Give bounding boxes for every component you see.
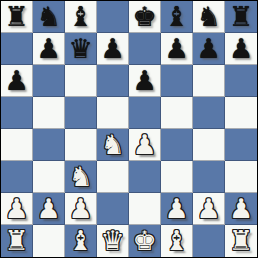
square-h4[interactable] [225, 129, 257, 161]
square-b4[interactable] [33, 129, 65, 161]
square-d7[interactable]: ♟ [97, 33, 129, 65]
black-queen: ♛ [68, 33, 92, 65]
square-e8[interactable]: ♚ [129, 1, 161, 33]
square-c4[interactable] [65, 129, 97, 161]
square-h5[interactable] [225, 97, 257, 129]
square-a6[interactable]: ♟ [1, 65, 33, 97]
square-b2[interactable]: ♟ [33, 193, 65, 225]
square-d1[interactable]: ♛ [97, 225, 129, 257]
square-c7[interactable]: ♛ [65, 33, 97, 65]
square-f1[interactable]: ♝ [161, 225, 193, 257]
chess-board: ♜♞♝♚♝♞♜♟♛♟♟♟♟♟♟♞♟♞♟♟♟♟♟♟♜♝♛♚♝♜ [1, 1, 257, 257]
square-d6[interactable] [97, 65, 129, 97]
square-f8[interactable]: ♝ [161, 1, 193, 33]
square-f3[interactable] [161, 161, 193, 193]
square-g1[interactable] [193, 225, 225, 257]
square-a2[interactable]: ♟ [1, 193, 33, 225]
white-pawn: ♟ [4, 193, 28, 225]
square-a5[interactable] [1, 97, 33, 129]
white-pawn: ♟ [36, 193, 60, 225]
square-d2[interactable] [97, 193, 129, 225]
white-rook: ♜ [229, 225, 253, 257]
white-pawn: ♟ [196, 193, 220, 225]
white-bishop: ♝ [68, 225, 92, 257]
square-d4[interactable]: ♞ [97, 129, 129, 161]
black-knight: ♞ [196, 1, 220, 33]
square-a1[interactable]: ♜ [1, 225, 33, 257]
white-pawn: ♟ [229, 193, 253, 225]
black-rook: ♜ [229, 1, 253, 33]
square-a4[interactable] [1, 129, 33, 161]
white-bishop: ♝ [164, 225, 188, 257]
white-rook: ♜ [4, 225, 28, 257]
square-g3[interactable] [193, 161, 225, 193]
white-knight: ♞ [100, 129, 124, 161]
square-e1[interactable]: ♚ [129, 225, 161, 257]
black-rook: ♜ [4, 1, 28, 33]
black-pawn: ♟ [36, 33, 60, 65]
white-king: ♚ [132, 225, 156, 257]
square-c1[interactable]: ♝ [65, 225, 97, 257]
black-bishop: ♝ [68, 1, 92, 33]
square-b1[interactable] [33, 225, 65, 257]
black-pawn: ♟ [132, 65, 156, 97]
square-b8[interactable]: ♞ [33, 1, 65, 33]
square-g2[interactable]: ♟ [193, 193, 225, 225]
square-g4[interactable] [193, 129, 225, 161]
black-pawn: ♟ [100, 33, 124, 65]
square-c8[interactable]: ♝ [65, 1, 97, 33]
black-bishop: ♝ [164, 1, 188, 33]
square-g8[interactable]: ♞ [193, 1, 225, 33]
square-c3[interactable]: ♞ [65, 161, 97, 193]
chess-board-frame: ♜♞♝♚♝♞♜♟♛♟♟♟♟♟♟♞♟♞♟♟♟♟♟♟♜♝♛♚♝♜ [0, 0, 258, 258]
square-g5[interactable] [193, 97, 225, 129]
black-pawn: ♟ [229, 33, 253, 65]
square-h1[interactable]: ♜ [225, 225, 257, 257]
square-f2[interactable]: ♟ [161, 193, 193, 225]
square-a8[interactable]: ♜ [1, 1, 33, 33]
square-e6[interactable]: ♟ [129, 65, 161, 97]
square-e2[interactable] [129, 193, 161, 225]
square-f7[interactable]: ♟ [161, 33, 193, 65]
square-h6[interactable] [225, 65, 257, 97]
square-b5[interactable] [33, 97, 65, 129]
square-b7[interactable]: ♟ [33, 33, 65, 65]
square-a7[interactable] [1, 33, 33, 65]
white-pawn: ♟ [164, 193, 188, 225]
square-d8[interactable] [97, 1, 129, 33]
square-d3[interactable] [97, 161, 129, 193]
black-king: ♚ [132, 1, 156, 33]
square-e7[interactable] [129, 33, 161, 65]
square-a3[interactable] [1, 161, 33, 193]
square-d5[interactable] [97, 97, 129, 129]
square-e4[interactable]: ♟ [129, 129, 161, 161]
white-queen: ♛ [100, 225, 124, 257]
square-g6[interactable] [193, 65, 225, 97]
black-pawn: ♟ [4, 65, 28, 97]
white-pawn: ♟ [132, 129, 156, 161]
black-knight: ♞ [36, 1, 60, 33]
square-c2[interactable]: ♟ [65, 193, 97, 225]
square-f6[interactable] [161, 65, 193, 97]
square-c6[interactable] [65, 65, 97, 97]
white-pawn: ♟ [68, 193, 92, 225]
square-h3[interactable] [225, 161, 257, 193]
square-b3[interactable] [33, 161, 65, 193]
black-pawn: ♟ [164, 33, 188, 65]
square-g7[interactable]: ♟ [193, 33, 225, 65]
black-pawn: ♟ [196, 33, 220, 65]
square-b6[interactable] [33, 65, 65, 97]
white-knight: ♞ [68, 161, 92, 193]
square-e3[interactable] [129, 161, 161, 193]
square-e5[interactable] [129, 97, 161, 129]
square-h7[interactable]: ♟ [225, 33, 257, 65]
square-h8[interactable]: ♜ [225, 1, 257, 33]
square-f5[interactable] [161, 97, 193, 129]
square-h2[interactable]: ♟ [225, 193, 257, 225]
square-c5[interactable] [65, 97, 97, 129]
square-f4[interactable] [161, 129, 193, 161]
